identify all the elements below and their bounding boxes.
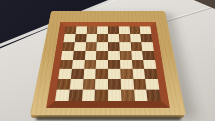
- square-r2c8[interactable]: [141, 34, 153, 42]
- square-r3c5[interactable]: [108, 42, 119, 50]
- square-r6c4[interactable]: [96, 69, 108, 79]
- square-r8c5[interactable]: [108, 90, 121, 101]
- square-r8c1[interactable]: [55, 90, 69, 101]
- square-r3c8[interactable]: [141, 42, 153, 50]
- square-r5c3[interactable]: [84, 60, 96, 69]
- square-r6c3[interactable]: [83, 69, 96, 79]
- square-r5c2[interactable]: [72, 60, 85, 69]
- square-r1c2[interactable]: [75, 26, 86, 34]
- square-r6c8[interactable]: [144, 69, 158, 79]
- square-r1c7[interactable]: [129, 26, 140, 34]
- square-r5c6[interactable]: [120, 60, 132, 69]
- scene: [0, 0, 215, 121]
- square-r4c5[interactable]: [108, 51, 120, 60]
- square-r1c5[interactable]: [108, 26, 119, 34]
- square-r8c4[interactable]: [95, 90, 108, 101]
- square-r8c7[interactable]: [134, 90, 148, 101]
- square-r4c7[interactable]: [131, 51, 143, 60]
- square-r4c4[interactable]: [96, 51, 108, 60]
- square-r6c7[interactable]: [132, 69, 145, 79]
- square-r6c6[interactable]: [120, 69, 133, 79]
- square-r8c3[interactable]: [82, 90, 96, 101]
- square-r3c2[interactable]: [74, 42, 86, 50]
- square-r3c3[interactable]: [85, 42, 97, 50]
- square-r1c6[interactable]: [119, 26, 130, 34]
- square-r4c6[interactable]: [119, 51, 131, 60]
- board-grid: [55, 26, 161, 101]
- square-r6c1[interactable]: [58, 69, 72, 79]
- square-r4c3[interactable]: [84, 51, 96, 60]
- square-r1c8[interactable]: [140, 26, 152, 34]
- square-r5c4[interactable]: [96, 60, 108, 69]
- square-r2c4[interactable]: [97, 34, 108, 42]
- square-r8c6[interactable]: [121, 90, 135, 101]
- square-r7c7[interactable]: [133, 79, 147, 90]
- square-r2c3[interactable]: [86, 34, 97, 42]
- square-r2c7[interactable]: [130, 34, 142, 42]
- square-r1c4[interactable]: [97, 26, 108, 34]
- square-r3c7[interactable]: [130, 42, 142, 50]
- board-shadow: [36, 117, 181, 121]
- square-r6c2[interactable]: [71, 69, 84, 79]
- square-r4c8[interactable]: [142, 51, 155, 60]
- square-r2c6[interactable]: [119, 34, 130, 42]
- square-r8c8[interactable]: [147, 90, 161, 101]
- square-r7c5[interactable]: [108, 79, 121, 90]
- square-r7c1[interactable]: [57, 79, 71, 90]
- square-r8c2[interactable]: [68, 90, 82, 101]
- square-r7c6[interactable]: [120, 79, 133, 90]
- square-r1c3[interactable]: [86, 26, 97, 34]
- square-r6c5[interactable]: [108, 69, 120, 79]
- square-r2c5[interactable]: [108, 34, 119, 42]
- square-r4c2[interactable]: [73, 51, 85, 60]
- square-r2c2[interactable]: [75, 34, 87, 42]
- chess-board: [30, 11, 186, 115]
- square-r5c1[interactable]: [60, 60, 73, 69]
- square-r3c6[interactable]: [119, 42, 131, 50]
- square-r7c8[interactable]: [145, 79, 159, 90]
- board-inner-border: [46, 22, 170, 108]
- square-r7c4[interactable]: [95, 79, 108, 90]
- square-r3c4[interactable]: [97, 42, 108, 50]
- square-r7c3[interactable]: [82, 79, 95, 90]
- square-r5c8[interactable]: [143, 60, 156, 69]
- square-r5c5[interactable]: [108, 60, 120, 69]
- square-r7c2[interactable]: [69, 79, 83, 90]
- square-r5c7[interactable]: [132, 60, 145, 69]
